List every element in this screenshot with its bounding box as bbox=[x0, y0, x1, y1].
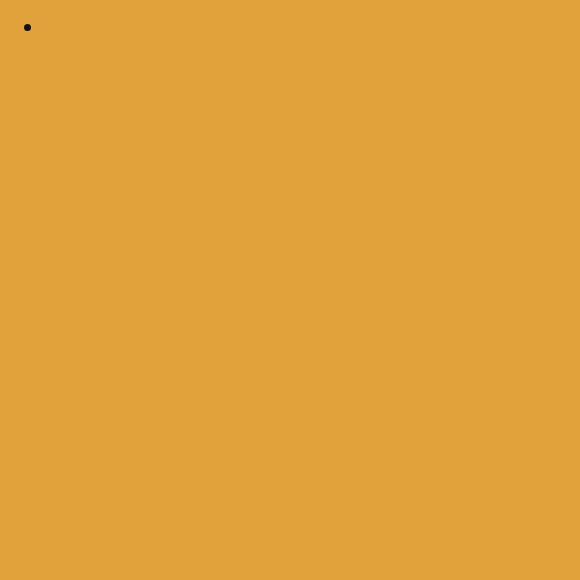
go-board[interactable] bbox=[24, 24, 556, 556]
board-grid bbox=[24, 24, 556, 556]
go-board-screen bbox=[0, 0, 580, 580]
